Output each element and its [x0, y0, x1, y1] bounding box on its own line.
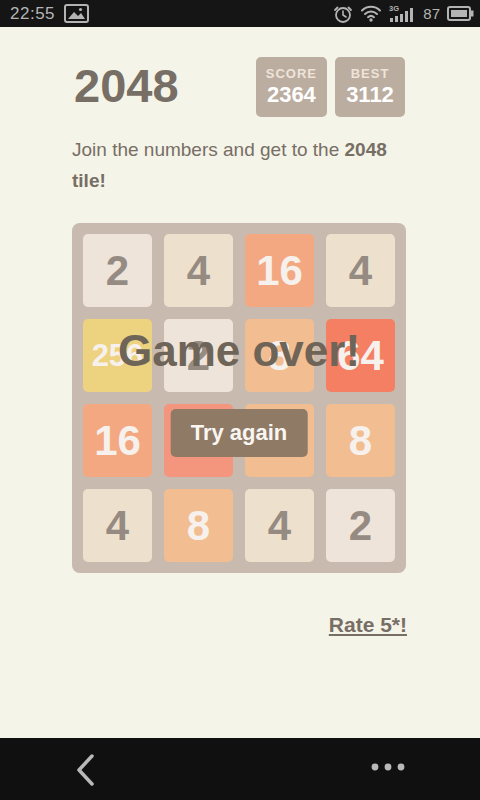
nav-bar — [0, 738, 480, 800]
alarm-icon — [333, 4, 353, 24]
game-over-message: Game over! — [72, 326, 406, 376]
game-intro-text: Join the numbers and get to the 2048 til… — [72, 134, 420, 196]
phone-screen: 22:55 3G — [0, 0, 480, 800]
status-bar: 22:55 3G — [0, 0, 480, 27]
score-box: SCORE 2364 — [256, 57, 327, 117]
game-board[interactable]: 2416425628641632884842 Game over! Try ag… — [72, 223, 406, 573]
battery-icon — [447, 6, 474, 21]
rate-link[interactable]: Rate 5*! — [329, 613, 407, 637]
battery-percent: 87 — [423, 5, 440, 22]
intro-prefix: Join the numbers and get to the — [72, 139, 345, 160]
try-again-button[interactable]: Try again — [171, 409, 308, 457]
best-value: 3112 — [346, 82, 394, 108]
wifi-icon — [360, 5, 382, 22]
status-bar-left: 22:55 — [0, 4, 89, 24]
best-box: BEST 3112 — [335, 57, 405, 117]
game-over-fade — [72, 223, 406, 573]
network-type-label: 3G — [389, 4, 399, 13]
back-icon[interactable] — [74, 753, 96, 787]
score-label: SCORE — [266, 66, 317, 81]
status-bar-right: 3G 87 — [333, 4, 480, 24]
score-value: 2364 — [267, 82, 316, 108]
app-title: 2048 — [74, 58, 179, 113]
score-panel: SCORE 2364 BEST 3112 — [256, 57, 405, 117]
best-label: BEST — [351, 66, 390, 81]
gallery-notification-icon — [64, 4, 89, 23]
status-time: 22:55 — [10, 4, 55, 24]
signal-strength-icon: 3G — [389, 4, 416, 23]
menu-dots-icon[interactable] — [370, 762, 406, 772]
